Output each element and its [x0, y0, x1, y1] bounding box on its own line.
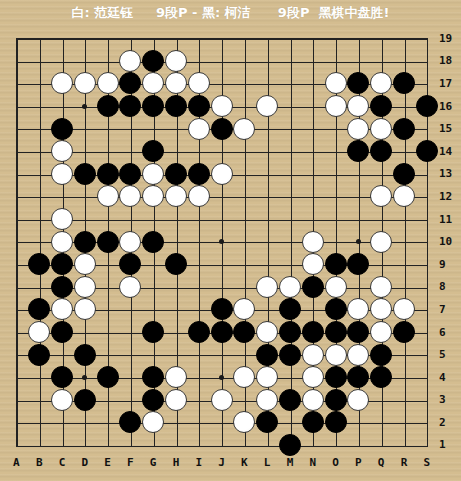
- intersection-O14[interactable]: [324, 140, 347, 163]
- intersection-E10[interactable]: [96, 230, 119, 253]
- intersection-Q15[interactable]: [370, 117, 393, 140]
- intersection-Q6[interactable]: [370, 321, 393, 344]
- intersection-H9[interactable]: [165, 253, 188, 276]
- white-stone-C13[interactable]: [51, 163, 73, 185]
- black-stone-C15[interactable]: [51, 118, 73, 140]
- intersection-F17[interactable]: [119, 72, 142, 95]
- white-stone-D8[interactable]: [74, 276, 96, 298]
- intersection-C12[interactable]: [51, 185, 74, 208]
- intersection-O15[interactable]: [324, 117, 347, 140]
- black-stone-Q4[interactable]: [370, 366, 392, 388]
- intersection-H18[interactable]: [165, 50, 188, 73]
- intersection-K19[interactable]: [233, 27, 256, 50]
- intersection-C9[interactable]: [51, 253, 74, 276]
- intersection-Q13[interactable]: [370, 163, 393, 186]
- intersection-P13[interactable]: [347, 163, 370, 186]
- intersection-P6[interactable]: [347, 321, 370, 344]
- black-stone-C4[interactable]: [51, 366, 73, 388]
- intersection-E4[interactable]: [96, 366, 119, 389]
- intersection-Q10[interactable]: [370, 230, 393, 253]
- intersection-H13[interactable]: [165, 163, 188, 186]
- intersection-L11[interactable]: [256, 208, 279, 231]
- black-stone-R15[interactable]: [393, 118, 415, 140]
- intersection-H2[interactable]: [165, 411, 188, 434]
- white-stone-N5[interactable]: [302, 344, 324, 366]
- intersection-K4[interactable]: [233, 366, 256, 389]
- intersection-R1[interactable]: [393, 434, 416, 457]
- intersection-R10[interactable]: [393, 230, 416, 253]
- intersection-P12[interactable]: [347, 185, 370, 208]
- white-stone-B6[interactable]: [28, 321, 50, 343]
- intersection-N12[interactable]: [301, 185, 324, 208]
- intersection-I10[interactable]: [187, 230, 210, 253]
- intersection-I9[interactable]: [187, 253, 210, 276]
- black-stone-G14[interactable]: [142, 140, 164, 162]
- intersection-L14[interactable]: [256, 140, 279, 163]
- intersection-E7[interactable]: [96, 298, 119, 321]
- white-stone-C10[interactable]: [51, 231, 73, 253]
- intersection-F8[interactable]: [119, 276, 142, 299]
- intersection-G12[interactable]: [142, 185, 165, 208]
- intersection-O18[interactable]: [324, 50, 347, 73]
- white-stone-K7[interactable]: [233, 298, 255, 320]
- black-stone-N6[interactable]: [302, 321, 324, 343]
- white-stone-G17[interactable]: [142, 72, 164, 94]
- intersection-J15[interactable]: [210, 117, 233, 140]
- intersection-A18[interactable]: [5, 50, 28, 73]
- intersection-L1[interactable]: [256, 434, 279, 457]
- intersection-K17[interactable]: [233, 72, 256, 95]
- intersection-L10[interactable]: [256, 230, 279, 253]
- intersection-Q3[interactable]: [370, 389, 393, 412]
- intersection-C4[interactable]: [51, 366, 74, 389]
- white-stone-L8[interactable]: [256, 276, 278, 298]
- intersection-G6[interactable]: [142, 321, 165, 344]
- intersection-I13[interactable]: [187, 163, 210, 186]
- intersection-L15[interactable]: [256, 117, 279, 140]
- intersection-I11[interactable]: [187, 208, 210, 231]
- intersection-P9[interactable]: [347, 253, 370, 276]
- white-stone-E17[interactable]: [97, 72, 119, 94]
- intersection-B3[interactable]: [28, 389, 51, 412]
- intersection-D16[interactable]: [73, 95, 96, 118]
- intersection-A2[interactable]: [5, 411, 28, 434]
- intersection-K10[interactable]: [233, 230, 256, 253]
- intersection-N19[interactable]: [301, 27, 324, 50]
- intersection-R13[interactable]: [393, 163, 416, 186]
- intersection-D15[interactable]: [73, 117, 96, 140]
- intersection-P15[interactable]: [347, 117, 370, 140]
- white-stone-H18[interactable]: [165, 50, 187, 72]
- black-stone-G18[interactable]: [142, 50, 164, 72]
- intersection-S3[interactable]: [415, 389, 438, 412]
- intersection-O2[interactable]: [324, 411, 347, 434]
- intersection-P18[interactable]: [347, 50, 370, 73]
- intersection-E17[interactable]: [96, 72, 119, 95]
- intersection-L7[interactable]: [256, 298, 279, 321]
- white-stone-K2[interactable]: [233, 411, 255, 433]
- white-stone-O17[interactable]: [325, 72, 347, 94]
- white-stone-Q10[interactable]: [370, 231, 392, 253]
- intersection-A15[interactable]: [5, 117, 28, 140]
- white-stone-C11[interactable]: [51, 208, 73, 230]
- intersection-L9[interactable]: [256, 253, 279, 276]
- intersection-F12[interactable]: [119, 185, 142, 208]
- intersection-O1[interactable]: [324, 434, 347, 457]
- intersection-R9[interactable]: [393, 253, 416, 276]
- intersection-A5[interactable]: [5, 343, 28, 366]
- intersection-O10[interactable]: [324, 230, 347, 253]
- black-stone-S14[interactable]: [416, 140, 438, 162]
- black-stone-H13[interactable]: [165, 163, 187, 185]
- intersection-B19[interactable]: [28, 27, 51, 50]
- white-stone-Q12[interactable]: [370, 185, 392, 207]
- intersection-Q9[interactable]: [370, 253, 393, 276]
- intersection-F16[interactable]: [119, 95, 142, 118]
- intersection-E19[interactable]: [96, 27, 119, 50]
- intersection-R3[interactable]: [393, 389, 416, 412]
- intersection-M10[interactable]: [279, 230, 302, 253]
- intersection-C8[interactable]: [51, 276, 74, 299]
- intersection-N3[interactable]: [301, 389, 324, 412]
- black-stone-P9[interactable]: [347, 253, 369, 275]
- intersection-S4[interactable]: [415, 366, 438, 389]
- intersection-R5[interactable]: [393, 343, 416, 366]
- intersection-M17[interactable]: [279, 72, 302, 95]
- intersection-F3[interactable]: [119, 389, 142, 412]
- intersection-O5[interactable]: [324, 343, 347, 366]
- intersection-S19[interactable]: [415, 27, 438, 50]
- intersection-I8[interactable]: [187, 276, 210, 299]
- black-stone-C9[interactable]: [51, 253, 73, 275]
- white-stone-H4[interactable]: [165, 366, 187, 388]
- black-stone-C8[interactable]: [51, 276, 73, 298]
- white-stone-P16[interactable]: [347, 95, 369, 117]
- intersection-C19[interactable]: [51, 27, 74, 50]
- black-stone-G3[interactable]: [142, 389, 164, 411]
- intersection-L6[interactable]: [256, 321, 279, 344]
- intersection-K16[interactable]: [233, 95, 256, 118]
- intersection-K1[interactable]: [233, 434, 256, 457]
- black-stone-F9[interactable]: [119, 253, 141, 275]
- intersection-L18[interactable]: [256, 50, 279, 73]
- black-stone-O4[interactable]: [325, 366, 347, 388]
- intersection-S11[interactable]: [415, 208, 438, 231]
- intersection-H7[interactable]: [165, 298, 188, 321]
- intersection-S2[interactable]: [415, 411, 438, 434]
- intersection-E16[interactable]: [96, 95, 119, 118]
- intersection-Q5[interactable]: [370, 343, 393, 366]
- intersection-K7[interactable]: [233, 298, 256, 321]
- intersection-L4[interactable]: [256, 366, 279, 389]
- intersection-F7[interactable]: [119, 298, 142, 321]
- white-stone-D17[interactable]: [74, 72, 96, 94]
- intersection-G15[interactable]: [142, 117, 165, 140]
- intersection-R17[interactable]: [393, 72, 416, 95]
- intersection-M12[interactable]: [279, 185, 302, 208]
- white-stone-I17[interactable]: [188, 72, 210, 94]
- black-stone-G4[interactable]: [142, 366, 164, 388]
- black-stone-P4[interactable]: [347, 366, 369, 388]
- intersection-G17[interactable]: [142, 72, 165, 95]
- black-stone-F13[interactable]: [119, 163, 141, 185]
- white-stone-R7[interactable]: [393, 298, 415, 320]
- intersection-S5[interactable]: [415, 343, 438, 366]
- intersection-G10[interactable]: [142, 230, 165, 253]
- intersection-B17[interactable]: [28, 72, 51, 95]
- intersection-M11[interactable]: [279, 208, 302, 231]
- white-stone-N4[interactable]: [302, 366, 324, 388]
- white-stone-G2[interactable]: [142, 411, 164, 433]
- intersection-O19[interactable]: [324, 27, 347, 50]
- intersection-N11[interactable]: [301, 208, 324, 231]
- intersection-A11[interactable]: [5, 208, 28, 231]
- intersection-E5[interactable]: [96, 343, 119, 366]
- intersection-R11[interactable]: [393, 208, 416, 231]
- white-stone-H17[interactable]: [165, 72, 187, 94]
- intersection-B2[interactable]: [28, 411, 51, 434]
- intersection-H16[interactable]: [165, 95, 188, 118]
- intersection-J14[interactable]: [210, 140, 233, 163]
- intersection-A3[interactable]: [5, 389, 28, 412]
- white-stone-O16[interactable]: [325, 95, 347, 117]
- intersection-J2[interactable]: [210, 411, 233, 434]
- intersection-K18[interactable]: [233, 50, 256, 73]
- intersection-P14[interactable]: [347, 140, 370, 163]
- intersection-H8[interactable]: [165, 276, 188, 299]
- intersection-J4[interactable]: [210, 366, 233, 389]
- black-stone-J7[interactable]: [211, 298, 233, 320]
- intersection-J18[interactable]: [210, 50, 233, 73]
- intersection-A14[interactable]: [5, 140, 28, 163]
- intersection-K13[interactable]: [233, 163, 256, 186]
- intersection-F1[interactable]: [119, 434, 142, 457]
- intersection-M15[interactable]: [279, 117, 302, 140]
- intersection-C17[interactable]: [51, 72, 74, 95]
- intersection-H17[interactable]: [165, 72, 188, 95]
- intersection-K14[interactable]: [233, 140, 256, 163]
- intersection-Q14[interactable]: [370, 140, 393, 163]
- intersection-A7[interactable]: [5, 298, 28, 321]
- intersection-J6[interactable]: [210, 321, 233, 344]
- black-stone-R17[interactable]: [393, 72, 415, 94]
- black-stone-S16[interactable]: [416, 95, 438, 117]
- intersection-N18[interactable]: [301, 50, 324, 73]
- intersection-K9[interactable]: [233, 253, 256, 276]
- black-stone-G6[interactable]: [142, 321, 164, 343]
- black-stone-K6[interactable]: [233, 321, 255, 343]
- intersection-P10[interactable]: [347, 230, 370, 253]
- intersection-M7[interactable]: [279, 298, 302, 321]
- intersection-R14[interactable]: [393, 140, 416, 163]
- white-stone-Q8[interactable]: [370, 276, 392, 298]
- intersection-M1[interactable]: [279, 434, 302, 457]
- intersection-H15[interactable]: [165, 117, 188, 140]
- intersection-E11[interactable]: [96, 208, 119, 231]
- intersection-B12[interactable]: [28, 185, 51, 208]
- intersection-M4[interactable]: [279, 366, 302, 389]
- black-stone-N8[interactable]: [302, 276, 324, 298]
- white-stone-M8[interactable]: [279, 276, 301, 298]
- intersection-J3[interactable]: [210, 389, 233, 412]
- black-stone-J6[interactable]: [211, 321, 233, 343]
- intersection-B16[interactable]: [28, 95, 51, 118]
- intersection-H6[interactable]: [165, 321, 188, 344]
- intersection-D19[interactable]: [73, 27, 96, 50]
- intersection-D17[interactable]: [73, 72, 96, 95]
- black-stone-D10[interactable]: [74, 231, 96, 253]
- intersection-P4[interactable]: [347, 366, 370, 389]
- intersection-J19[interactable]: [210, 27, 233, 50]
- intersection-D7[interactable]: [73, 298, 96, 321]
- intersection-K8[interactable]: [233, 276, 256, 299]
- intersection-G8[interactable]: [142, 276, 165, 299]
- intersection-K3[interactable]: [233, 389, 256, 412]
- intersection-S9[interactable]: [415, 253, 438, 276]
- black-stone-P14[interactable]: [347, 140, 369, 162]
- white-stone-O8[interactable]: [325, 276, 347, 298]
- intersection-C14[interactable]: [51, 140, 74, 163]
- intersection-B15[interactable]: [28, 117, 51, 140]
- intersection-S17[interactable]: [415, 72, 438, 95]
- intersection-D3[interactable]: [73, 389, 96, 412]
- black-stone-E4[interactable]: [97, 366, 119, 388]
- black-stone-D13[interactable]: [74, 163, 96, 185]
- intersection-B14[interactable]: [28, 140, 51, 163]
- intersection-Q17[interactable]: [370, 72, 393, 95]
- white-stone-F8[interactable]: [119, 276, 141, 298]
- intersection-J11[interactable]: [210, 208, 233, 231]
- black-stone-O7[interactable]: [325, 298, 347, 320]
- white-stone-C17[interactable]: [51, 72, 73, 94]
- white-stone-L4[interactable]: [256, 366, 278, 388]
- intersection-E12[interactable]: [96, 185, 119, 208]
- intersection-K11[interactable]: [233, 208, 256, 231]
- intersection-E15[interactable]: [96, 117, 119, 140]
- intersection-N14[interactable]: [301, 140, 324, 163]
- intersection-P16[interactable]: [347, 95, 370, 118]
- white-stone-Q6[interactable]: [370, 321, 392, 343]
- intersection-M14[interactable]: [279, 140, 302, 163]
- intersection-G9[interactable]: [142, 253, 165, 276]
- white-stone-K4[interactable]: [233, 366, 255, 388]
- intersection-C7[interactable]: [51, 298, 74, 321]
- intersection-P3[interactable]: [347, 389, 370, 412]
- black-stone-Q5[interactable]: [370, 344, 392, 366]
- intersection-O12[interactable]: [324, 185, 347, 208]
- intersection-F13[interactable]: [119, 163, 142, 186]
- intersection-C3[interactable]: [51, 389, 74, 412]
- intersection-F9[interactable]: [119, 253, 142, 276]
- white-stone-F10[interactable]: [119, 231, 141, 253]
- white-stone-G12[interactable]: [142, 185, 164, 207]
- intersection-G11[interactable]: [142, 208, 165, 231]
- intersection-I16[interactable]: [187, 95, 210, 118]
- intersection-J7[interactable]: [210, 298, 233, 321]
- intersection-C18[interactable]: [51, 50, 74, 73]
- intersection-H3[interactable]: [165, 389, 188, 412]
- intersection-C15[interactable]: [51, 117, 74, 140]
- intersection-O11[interactable]: [324, 208, 347, 231]
- white-stone-D7[interactable]: [74, 298, 96, 320]
- intersection-M18[interactable]: [279, 50, 302, 73]
- black-stone-D5[interactable]: [74, 344, 96, 366]
- intersection-C2[interactable]: [51, 411, 74, 434]
- intersection-S15[interactable]: [415, 117, 438, 140]
- black-stone-R13[interactable]: [393, 163, 415, 185]
- black-stone-M1[interactable]: [279, 434, 301, 456]
- intersection-N10[interactable]: [301, 230, 324, 253]
- intersection-R7[interactable]: [393, 298, 416, 321]
- intersection-J1[interactable]: [210, 434, 233, 457]
- black-stone-L5[interactable]: [256, 344, 278, 366]
- intersection-A10[interactable]: [5, 230, 28, 253]
- intersection-E2[interactable]: [96, 411, 119, 434]
- intersection-G3[interactable]: [142, 389, 165, 412]
- intersection-N9[interactable]: [301, 253, 324, 276]
- white-stone-N10[interactable]: [302, 231, 324, 253]
- intersection-L2[interactable]: [256, 411, 279, 434]
- black-stone-I13[interactable]: [188, 163, 210, 185]
- intersection-J16[interactable]: [210, 95, 233, 118]
- black-stone-M6[interactable]: [279, 321, 301, 343]
- intersection-P5[interactable]: [347, 343, 370, 366]
- black-stone-G10[interactable]: [142, 231, 164, 253]
- white-stone-F12[interactable]: [119, 185, 141, 207]
- white-stone-I12[interactable]: [188, 185, 210, 207]
- intersection-J13[interactable]: [210, 163, 233, 186]
- intersection-N2[interactable]: [301, 411, 324, 434]
- intersection-D6[interactable]: [73, 321, 96, 344]
- intersection-R19[interactable]: [393, 27, 416, 50]
- white-stone-J3[interactable]: [211, 389, 233, 411]
- intersection-G4[interactable]: [142, 366, 165, 389]
- intersection-C5[interactable]: [51, 343, 74, 366]
- white-stone-C3[interactable]: [51, 389, 73, 411]
- intersection-I15[interactable]: [187, 117, 210, 140]
- white-stone-P15[interactable]: [347, 118, 369, 140]
- intersection-A16[interactable]: [5, 95, 28, 118]
- intersection-E8[interactable]: [96, 276, 119, 299]
- intersection-I4[interactable]: [187, 366, 210, 389]
- intersection-B13[interactable]: [28, 163, 51, 186]
- intersection-I14[interactable]: [187, 140, 210, 163]
- intersection-O17[interactable]: [324, 72, 347, 95]
- intersection-F5[interactable]: [119, 343, 142, 366]
- white-stone-P5[interactable]: [347, 344, 369, 366]
- intersection-C10[interactable]: [51, 230, 74, 253]
- intersection-K2[interactable]: [233, 411, 256, 434]
- intersection-A1[interactable]: [5, 434, 28, 457]
- intersection-D18[interactable]: [73, 50, 96, 73]
- intersection-N4[interactable]: [301, 366, 324, 389]
- intersection-Q2[interactable]: [370, 411, 393, 434]
- intersection-Q11[interactable]: [370, 208, 393, 231]
- black-stone-N2[interactable]: [302, 411, 324, 433]
- intersection-I6[interactable]: [187, 321, 210, 344]
- white-stone-J13[interactable]: [211, 163, 233, 185]
- intersection-L19[interactable]: [256, 27, 279, 50]
- black-stone-I6[interactable]: [188, 321, 210, 343]
- intersection-C16[interactable]: [51, 95, 74, 118]
- intersection-G16[interactable]: [142, 95, 165, 118]
- intersection-F2[interactable]: [119, 411, 142, 434]
- white-stone-N3[interactable]: [302, 389, 324, 411]
- intersection-S6[interactable]: [415, 321, 438, 344]
- white-stone-C7[interactable]: [51, 298, 73, 320]
- intersection-R2[interactable]: [393, 411, 416, 434]
- intersection-H11[interactable]: [165, 208, 188, 231]
